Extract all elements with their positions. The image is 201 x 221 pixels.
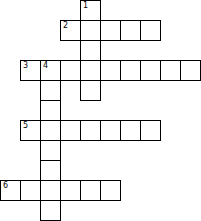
crossword-cell-r3c8[interactable] bbox=[160, 60, 181, 81]
crossword-cell-r6c3[interactable] bbox=[60, 120, 81, 141]
crossword-cell-r1c6[interactable] bbox=[120, 20, 141, 41]
crossword-cell-r6c6[interactable] bbox=[120, 120, 141, 141]
crossword-cell-r3c2[interactable]: 4 bbox=[40, 60, 61, 81]
crossword-cell-r9c5[interactable] bbox=[100, 180, 121, 201]
crossword-cell-r10c2[interactable] bbox=[40, 200, 61, 221]
crossword-cell-r1c5[interactable] bbox=[100, 20, 121, 41]
crossword-cell-r3c7[interactable] bbox=[140, 60, 161, 81]
crossword-cell-r3c1[interactable]: 3 bbox=[20, 60, 41, 81]
crossword-cell-r7c2[interactable] bbox=[40, 140, 61, 161]
clue-number-2: 2 bbox=[63, 21, 68, 30]
crossword-cell-r6c2[interactable] bbox=[40, 120, 61, 141]
crossword-cell-r3c3[interactable] bbox=[60, 60, 81, 81]
crossword-board: 123456 bbox=[0, 0, 201, 221]
crossword-cell-r8c2[interactable] bbox=[40, 160, 61, 181]
crossword-cell-r9c3[interactable] bbox=[60, 180, 81, 201]
crossword-cell-r3c4[interactable] bbox=[80, 60, 101, 81]
crossword-cell-r9c4[interactable] bbox=[80, 180, 101, 201]
crossword-cell-r9c1[interactable] bbox=[20, 180, 41, 201]
crossword-cell-r3c9[interactable] bbox=[180, 60, 201, 81]
crossword-cell-r0c4[interactable]: 1 bbox=[80, 0, 101, 21]
clue-number-1: 1 bbox=[83, 1, 88, 10]
clue-number-6: 6 bbox=[3, 181, 8, 190]
crossword-cell-r6c7[interactable] bbox=[140, 120, 161, 141]
crossword-cell-r6c5[interactable] bbox=[100, 120, 121, 141]
crossword-cell-r4c2[interactable] bbox=[40, 80, 61, 101]
crossword-cell-r1c3[interactable]: 2 bbox=[60, 20, 81, 41]
clue-number-4: 4 bbox=[43, 61, 48, 70]
crossword-cell-r1c7[interactable] bbox=[140, 20, 161, 41]
crossword-cell-r6c1[interactable]: 5 bbox=[20, 120, 41, 141]
crossword-cell-r4c4[interactable] bbox=[80, 80, 101, 101]
crossword-cell-r3c5[interactable] bbox=[100, 60, 121, 81]
crossword-cell-r9c2[interactable] bbox=[40, 180, 61, 201]
crossword-cell-r6c4[interactable] bbox=[80, 120, 101, 141]
crossword-cell-r9c0[interactable]: 6 bbox=[0, 180, 21, 201]
clue-number-5: 5 bbox=[23, 121, 28, 130]
crossword-cell-r2c4[interactable] bbox=[80, 40, 101, 61]
clue-number-3: 3 bbox=[23, 61, 28, 70]
crossword-cell-r5c2[interactable] bbox=[40, 100, 61, 121]
crossword-cell-r3c6[interactable] bbox=[120, 60, 141, 81]
crossword-cell-r1c4[interactable] bbox=[80, 20, 101, 41]
